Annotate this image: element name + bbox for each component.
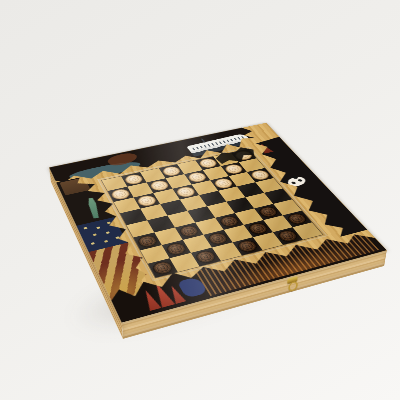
photo-canvas bbox=[0, 0, 400, 400]
square-b5[interactable] bbox=[140, 204, 167, 220]
square-e1[interactable] bbox=[233, 237, 263, 255]
square-b3[interactable] bbox=[154, 227, 182, 245]
red-tower-icon bbox=[140, 289, 161, 311]
blue-building-icon bbox=[177, 276, 208, 298]
square-h2[interactable] bbox=[283, 211, 312, 228]
square-g1[interactable] bbox=[273, 227, 303, 245]
square-c1[interactable] bbox=[191, 248, 221, 267]
checker-dark[interactable] bbox=[177, 224, 201, 239]
brass-latch bbox=[287, 276, 299, 292]
checker-dark[interactable] bbox=[135, 234, 159, 249]
square-b1[interactable] bbox=[170, 253, 200, 272]
square-h1[interactable] bbox=[293, 222, 323, 239]
square-b2[interactable] bbox=[162, 240, 191, 258]
checker-dark[interactable] bbox=[235, 239, 260, 254]
usa-flag-stripes-icon bbox=[89, 242, 158, 301]
capitol-building-icon bbox=[60, 177, 91, 195]
square-a2[interactable] bbox=[140, 245, 169, 264]
square-d4[interactable] bbox=[187, 206, 215, 222]
red-tower-icon bbox=[167, 285, 187, 304]
checker-dark[interactable] bbox=[217, 214, 241, 228]
square-c2[interactable] bbox=[183, 235, 212, 253]
checker-dark[interactable] bbox=[150, 260, 175, 277]
square-f2[interactable] bbox=[244, 220, 273, 237]
checker-dark[interactable] bbox=[256, 205, 280, 219]
square-c4[interactable] bbox=[167, 211, 195, 228]
square-d1[interactable] bbox=[212, 242, 242, 260]
bear-icon bbox=[105, 151, 140, 168]
square-b4[interactable] bbox=[147, 216, 175, 233]
board-top-face bbox=[49, 123, 387, 323]
square-e3[interactable] bbox=[215, 213, 243, 230]
board-grid bbox=[101, 148, 324, 278]
square-g2[interactable] bbox=[263, 215, 292, 232]
square-h3[interactable] bbox=[273, 199, 301, 215]
checker-dark[interactable] bbox=[246, 221, 271, 236]
square-f1[interactable] bbox=[253, 232, 283, 250]
square-a1[interactable] bbox=[148, 258, 178, 277]
square-d3[interactable] bbox=[195, 218, 223, 235]
checker-dark[interactable] bbox=[275, 229, 300, 244]
checker-dark[interactable] bbox=[206, 231, 231, 246]
light-sheen bbox=[49, 123, 387, 323]
square-e2[interactable] bbox=[224, 225, 253, 242]
checker-dark[interactable] bbox=[285, 212, 310, 226]
red-spire-icon bbox=[257, 143, 274, 154]
square-g3[interactable] bbox=[254, 204, 282, 220]
square-f3[interactable] bbox=[235, 208, 263, 224]
checker-dark[interactable] bbox=[193, 249, 218, 265]
checkers-box bbox=[49, 123, 387, 323]
square-a4[interactable] bbox=[127, 220, 155, 237]
square-c3[interactable] bbox=[175, 223, 203, 240]
square-a5[interactable] bbox=[120, 209, 147, 225]
square-a3[interactable] bbox=[133, 232, 161, 250]
scene bbox=[0, 0, 400, 400]
checker-dark[interactable] bbox=[164, 241, 189, 257]
panda-icon bbox=[284, 175, 308, 188]
square-d2[interactable] bbox=[203, 230, 232, 248]
statue-of-liberty-icon bbox=[85, 197, 103, 219]
red-tower-icon bbox=[150, 281, 176, 308]
